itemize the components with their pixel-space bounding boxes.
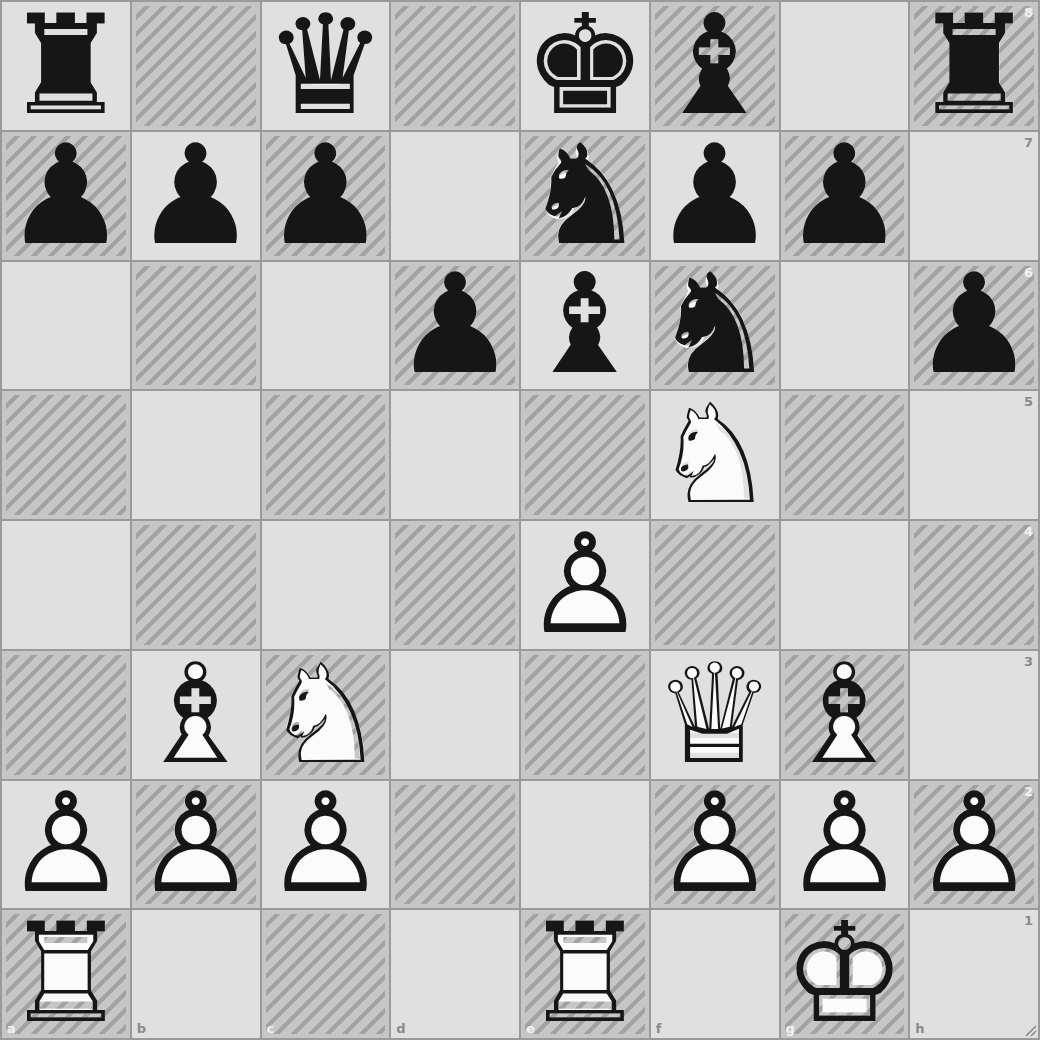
white-rook-glyph-under: ♜ (2, 910, 130, 1038)
square-e3[interactable] (521, 651, 649, 779)
square-e4[interactable]: ♟♙ (521, 521, 649, 649)
white-knight-c3[interactable]: ♞♘ (262, 651, 390, 779)
white-bishop-b3[interactable]: ♝♗ (132, 651, 260, 779)
black-pawn-h6[interactable]: ♙♟ (910, 262, 1038, 390)
rank-label-3: 3 (1024, 654, 1033, 669)
square-a7[interactable]: ♙♟ (2, 132, 130, 260)
black-rook-glyph-under: ♖ (910, 2, 1038, 130)
square-g7[interactable]: ♙♟ (781, 132, 909, 260)
black-pawn-a7[interactable]: ♙♟ (2, 132, 130, 260)
white-queen-f3[interactable]: ♛♕ (651, 651, 779, 779)
rank-label-4: 4 (1024, 524, 1033, 539)
resize-handle-icon[interactable] (1023, 1023, 1037, 1037)
square-c4[interactable] (262, 521, 390, 649)
white-pawn-glyph-under: ♟ (2, 781, 130, 909)
white-pawn-glyph: ♙ (781, 781, 909, 909)
white-knight-glyph-under: ♞ (651, 391, 779, 519)
square-h4[interactable]: 4 (910, 521, 1038, 649)
black-king-glyph-under: ♔ (521, 2, 649, 130)
black-bishop-glyph-under: ♗ (521, 262, 649, 390)
black-pawn-glyph-under: ♙ (2, 132, 130, 260)
square-b4[interactable] (132, 521, 260, 649)
black-pawn-d6[interactable]: ♙♟ (391, 262, 519, 390)
white-pawn-g2[interactable]: ♟♙ (781, 781, 909, 909)
black-rook-glyph: ♜ (910, 2, 1038, 130)
square-e6[interactable]: ♗♝ (521, 262, 649, 390)
square-f6[interactable]: ♘♞ (651, 262, 779, 390)
white-pawn-glyph-under: ♟ (262, 781, 390, 909)
square-a8[interactable]: ♖♜ (2, 2, 130, 130)
white-rook-glyph: ♖ (521, 910, 649, 1038)
black-bishop-glyph: ♝ (521, 262, 649, 390)
black-pawn-glyph-under: ♙ (651, 132, 779, 260)
white-pawn-glyph-under: ♟ (651, 781, 779, 909)
square-g8[interactable] (781, 2, 909, 130)
black-pawn-glyph: ♟ (262, 132, 390, 260)
white-king-glyph-under: ♚ (781, 910, 909, 1038)
file-label-d: d (396, 1021, 405, 1036)
rank-label-7: 7 (1024, 135, 1033, 150)
black-knight-glyph: ♞ (651, 262, 779, 390)
white-knight-f5[interactable]: ♞♘ (651, 391, 779, 519)
black-pawn-glyph-under: ♙ (262, 132, 390, 260)
square-a3[interactable] (2, 651, 130, 779)
square-c1[interactable]: c (262, 910, 390, 1038)
square-e8[interactable]: ♔♚ (521, 2, 649, 130)
square-d1[interactable]: d (391, 910, 519, 1038)
square-e5[interactable] (521, 391, 649, 519)
square-h6[interactable]: ♙♟6 (910, 262, 1038, 390)
file-label-h: h (915, 1021, 924, 1036)
white-pawn-f2[interactable]: ♟♙ (651, 781, 779, 909)
square-d4[interactable] (391, 521, 519, 649)
black-knight-glyph: ♞ (521, 132, 649, 260)
black-bishop-e6[interactable]: ♗♝ (521, 262, 649, 390)
square-f1[interactable]: f (651, 910, 779, 1038)
black-pawn-glyph: ♟ (651, 132, 779, 260)
black-pawn-c7[interactable]: ♙♟ (262, 132, 390, 260)
white-pawn-glyph-under: ♟ (781, 781, 909, 909)
white-pawn-glyph: ♙ (132, 781, 260, 909)
black-rook-glyph: ♜ (2, 2, 130, 130)
black-pawn-g7[interactable]: ♙♟ (781, 132, 909, 260)
white-pawn-glyph-under: ♟ (521, 521, 649, 649)
square-d2[interactable] (391, 781, 519, 909)
white-pawn-glyph: ♙ (651, 781, 779, 909)
square-f5[interactable]: ♞♘ (651, 391, 779, 519)
white-bishop-glyph-under: ♝ (781, 651, 909, 779)
square-a1[interactable]: ♜♖a (2, 910, 130, 1038)
white-pawn-b2[interactable]: ♟♙ (132, 781, 260, 909)
square-a5[interactable] (2, 391, 130, 519)
square-f7[interactable]: ♙♟ (651, 132, 779, 260)
square-h1[interactable]: 1h (910, 910, 1038, 1038)
square-c8[interactable]: ♕♛ (262, 2, 390, 130)
white-bishop-glyph-under: ♝ (132, 651, 260, 779)
square-c3[interactable]: ♞♘ (262, 651, 390, 779)
square-g4[interactable] (781, 521, 909, 649)
white-pawn-c2[interactable]: ♟♙ (262, 781, 390, 909)
square-d3[interactable] (391, 651, 519, 779)
black-pawn-glyph: ♟ (2, 132, 130, 260)
square-e2[interactable] (521, 781, 649, 909)
square-h5[interactable]: 5 (910, 391, 1038, 519)
square-b7[interactable]: ♙♟ (132, 132, 260, 260)
white-bishop-g3[interactable]: ♝♗ (781, 651, 909, 779)
black-rook-glyph-under: ♖ (2, 2, 130, 130)
square-h7[interactable]: 7 (910, 132, 1038, 260)
black-pawn-glyph: ♟ (781, 132, 909, 260)
square-h3[interactable]: 3 (910, 651, 1038, 779)
white-bishop-glyph: ♗ (781, 651, 909, 779)
black-pawn-glyph-under: ♙ (910, 262, 1038, 390)
white-rook-glyph-under: ♜ (521, 910, 649, 1038)
square-f2[interactable]: ♟♙ (651, 781, 779, 909)
white-bishop-glyph: ♗ (132, 651, 260, 779)
square-d6[interactable]: ♙♟ (391, 262, 519, 390)
black-bishop-glyph: ♝ (651, 2, 779, 130)
square-f8[interactable]: ♗♝ (651, 2, 779, 130)
square-g5[interactable] (781, 391, 909, 519)
black-bishop-f8[interactable]: ♗♝ (651, 2, 779, 130)
white-pawn-glyph: ♙ (910, 781, 1038, 909)
black-pawn-glyph-under: ♙ (132, 132, 260, 260)
square-g2[interactable]: ♟♙ (781, 781, 909, 909)
white-pawn-glyph: ♙ (262, 781, 390, 909)
file-label-c: c (267, 1021, 275, 1036)
square-f3[interactable]: ♛♕ (651, 651, 779, 779)
black-king-glyph: ♚ (521, 2, 649, 130)
black-queen-c8[interactable]: ♕♛ (262, 2, 390, 130)
black-pawn-glyph-under: ♙ (781, 132, 909, 260)
square-a2[interactable]: ♟♙ (2, 781, 130, 909)
black-pawn-glyph-under: ♙ (391, 262, 519, 390)
square-a6[interactable] (2, 262, 130, 390)
black-knight-f6[interactable]: ♘♞ (651, 262, 779, 390)
white-rook-e1[interactable]: ♜♖ (521, 910, 649, 1038)
square-c2[interactable]: ♟♙ (262, 781, 390, 909)
rank-label-1: 1 (1024, 913, 1033, 928)
black-pawn-f7[interactable]: ♙♟ (651, 132, 779, 260)
square-d7[interactable] (391, 132, 519, 260)
square-e7[interactable]: ♘♞ (521, 132, 649, 260)
black-knight-e7[interactable]: ♘♞ (521, 132, 649, 260)
white-pawn-h2[interactable]: ♟♙ (910, 781, 1038, 909)
black-queen-glyph-under: ♕ (262, 2, 390, 130)
white-knight-glyph: ♘ (651, 391, 779, 519)
chess-board: ♖♜♕♛♔♚♗♝♖♜8♙♟♙♟♙♟♘♞♙♟♙♟7♙♟♗♝♘♞♙♟6♞♘5♟♙4♝… (0, 0, 1040, 1040)
square-b6[interactable] (132, 262, 260, 390)
white-pawn-glyph: ♙ (521, 521, 649, 649)
white-queen-glyph: ♕ (651, 651, 779, 779)
black-rook-a8[interactable]: ♖♜ (2, 2, 130, 130)
black-bishop-glyph-under: ♗ (651, 2, 779, 130)
rank-label-5: 5 (1024, 394, 1033, 409)
square-b3[interactable]: ♝♗ (132, 651, 260, 779)
black-king-e8[interactable]: ♔♚ (521, 2, 649, 130)
white-king-glyph: ♔ (781, 910, 909, 1038)
black-pawn-glyph: ♟ (132, 132, 260, 260)
square-e1[interactable]: ♜♖e (521, 910, 649, 1038)
square-h2[interactable]: ♟♙2 (910, 781, 1038, 909)
black-knight-glyph-under: ♘ (651, 262, 779, 390)
white-rook-a1[interactable]: ♜♖ (2, 910, 130, 1038)
white-pawn-a2[interactable]: ♟♙ (2, 781, 130, 909)
white-pawn-glyph-under: ♟ (910, 781, 1038, 909)
square-c5[interactable] (262, 391, 390, 519)
white-pawn-e4[interactable]: ♟♙ (521, 521, 649, 649)
white-queen-glyph-under: ♛ (651, 651, 779, 779)
file-label-b: b (137, 1021, 146, 1036)
square-a4[interactable] (2, 521, 130, 649)
white-king-g1[interactable]: ♚♔ (781, 910, 909, 1038)
square-b2[interactable]: ♟♙ (132, 781, 260, 909)
square-f4[interactable] (651, 521, 779, 649)
black-knight-glyph-under: ♘ (521, 132, 649, 260)
black-rook-h8[interactable]: ♖♜ (910, 2, 1038, 130)
square-g3[interactable]: ♝♗ (781, 651, 909, 779)
white-pawn-glyph-under: ♟ (132, 781, 260, 909)
black-pawn-glyph: ♟ (910, 262, 1038, 390)
black-pawn-b7[interactable]: ♙♟ (132, 132, 260, 260)
square-b1[interactable]: b (132, 910, 260, 1038)
square-g1[interactable]: ♚♔g (781, 910, 909, 1038)
black-pawn-glyph: ♟ (391, 262, 519, 390)
square-h8[interactable]: ♖♜8 (910, 2, 1038, 130)
square-b5[interactable] (132, 391, 260, 519)
white-knight-glyph: ♘ (262, 651, 390, 779)
black-queen-glyph: ♛ (262, 2, 390, 130)
square-b8[interactable] (132, 2, 260, 130)
square-c6[interactable] (262, 262, 390, 390)
file-label-f: f (656, 1021, 662, 1036)
square-d8[interactable] (391, 2, 519, 130)
square-c7[interactable]: ♙♟ (262, 132, 390, 260)
square-g6[interactable] (781, 262, 909, 390)
white-rook-glyph: ♖ (2, 910, 130, 1038)
white-knight-glyph-under: ♞ (262, 651, 390, 779)
white-pawn-glyph: ♙ (2, 781, 130, 909)
square-d5[interactable] (391, 391, 519, 519)
